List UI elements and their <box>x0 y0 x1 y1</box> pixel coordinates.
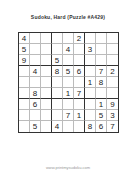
cell-r9c5[interactable] <box>63 121 74 132</box>
cell-r4c1[interactable] <box>19 66 30 77</box>
cell-r1c9[interactable] <box>107 33 118 44</box>
cell-r8c1[interactable] <box>19 110 30 121</box>
cell-r8c7[interactable] <box>85 110 96 121</box>
cell-r3c7[interactable] <box>85 55 96 66</box>
cell-r1c2[interactable] <box>30 33 41 44</box>
cell-r9c6[interactable] <box>74 121 85 132</box>
cell-r2c1[interactable]: 5 <box>19 44 30 55</box>
cell-r6c6[interactable]: 7 <box>74 88 85 99</box>
cell-r4c3[interactable] <box>41 66 52 77</box>
cell-r8c4[interactable] <box>52 110 63 121</box>
cell-r9c8[interactable]: 6 <box>96 121 107 132</box>
cell-r7c2[interactable]: 6 <box>30 99 41 110</box>
cell-r9c1[interactable] <box>19 121 30 132</box>
cell-r6c8[interactable] <box>96 88 107 99</box>
cell-r9c7[interactable]: 8 <box>85 121 96 132</box>
cell-r2c9[interactable] <box>107 44 118 55</box>
cell-r6c2[interactable]: 8 <box>30 88 41 99</box>
cell-r1c3[interactable] <box>41 33 52 44</box>
cell-r3c2[interactable] <box>30 55 41 66</box>
cell-r2c4[interactable] <box>52 44 63 55</box>
cell-r6c7[interactable] <box>85 88 96 99</box>
cell-r7c5[interactable] <box>63 99 74 110</box>
cell-r9c9[interactable]: 7 <box>107 121 118 132</box>
cell-r5c3[interactable] <box>41 77 52 88</box>
cell-r8c8[interactable]: 5 <box>96 110 107 121</box>
cell-r6c5[interactable]: 1 <box>63 88 74 99</box>
footer-url: www.printmysudoku.com <box>0 165 136 170</box>
cell-r6c3[interactable] <box>41 88 52 99</box>
cell-r7c4[interactable] <box>52 99 63 110</box>
cell-r7c9[interactable]: 9 <box>107 99 118 110</box>
cell-r4c4[interactable]: 8 <box>52 66 63 77</box>
cell-r8c2[interactable] <box>30 110 41 121</box>
cell-r3c6[interactable] <box>74 55 85 66</box>
cell-r3c4[interactable]: 5 <box>52 55 63 66</box>
cell-r4c7[interactable] <box>85 66 96 77</box>
cell-r2c2[interactable] <box>30 44 41 55</box>
cell-r2c3[interactable] <box>41 44 52 55</box>
cell-r9c4[interactable]: 4 <box>52 121 63 132</box>
cell-r5c6[interactable] <box>74 77 85 88</box>
cell-r1c6[interactable]: 2 <box>74 33 85 44</box>
sudoku-board: 425439548567218817619715354867 <box>18 32 119 133</box>
cell-r1c8[interactable] <box>96 33 107 44</box>
cell-r3c1[interactable]: 9 <box>19 55 30 66</box>
page-title: Sudoku, Hard (Puzzle #A429) <box>0 14 136 20</box>
cell-r5c4[interactable] <box>52 77 63 88</box>
cell-r4c5[interactable]: 5 <box>63 66 74 77</box>
cell-r3c3[interactable] <box>41 55 52 66</box>
cell-r4c2[interactable]: 4 <box>30 66 41 77</box>
cell-r7c8[interactable]: 1 <box>96 99 107 110</box>
cell-r9c2[interactable]: 5 <box>30 121 41 132</box>
cell-r6c4[interactable] <box>52 88 63 99</box>
cell-r2c7[interactable]: 3 <box>85 44 96 55</box>
cell-r9c3[interactable] <box>41 121 52 132</box>
cell-r6c9[interactable] <box>107 88 118 99</box>
cell-r5c2[interactable] <box>30 77 41 88</box>
cell-r5c8[interactable]: 8 <box>96 77 107 88</box>
cell-r5c5[interactable] <box>63 77 74 88</box>
cell-r3c5[interactable] <box>63 55 74 66</box>
cell-r5c9[interactable] <box>107 77 118 88</box>
cell-r8c9[interactable]: 3 <box>107 110 118 121</box>
cell-r7c3[interactable] <box>41 99 52 110</box>
cell-r3c9[interactable] <box>107 55 118 66</box>
cell-r2c6[interactable] <box>74 44 85 55</box>
cell-r3c8[interactable] <box>96 55 107 66</box>
cell-r2c5[interactable]: 4 <box>63 44 74 55</box>
cell-r7c7[interactable] <box>85 99 96 110</box>
cell-r8c5[interactable]: 7 <box>63 110 74 121</box>
cell-r8c6[interactable]: 1 <box>74 110 85 121</box>
cell-r4c6[interactable]: 6 <box>74 66 85 77</box>
cell-r1c5[interactable] <box>63 33 74 44</box>
cell-r4c9[interactable]: 2 <box>107 66 118 77</box>
cell-r1c7[interactable] <box>85 33 96 44</box>
cell-r4c8[interactable]: 7 <box>96 66 107 77</box>
cell-r6c1[interactable] <box>19 88 30 99</box>
cell-r7c1[interactable] <box>19 99 30 110</box>
cell-r5c1[interactable] <box>19 77 30 88</box>
cell-r8c3[interactable] <box>41 110 52 121</box>
cell-r5c7[interactable]: 1 <box>85 77 96 88</box>
cell-r2c8[interactable] <box>96 44 107 55</box>
cell-r7c6[interactable] <box>74 99 85 110</box>
cell-r1c4[interactable] <box>52 33 63 44</box>
cell-r1c1[interactable]: 4 <box>19 33 30 44</box>
